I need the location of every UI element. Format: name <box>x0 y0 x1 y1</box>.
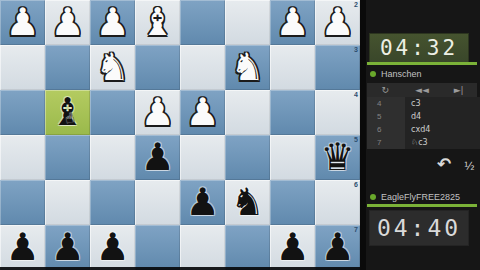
square-h3[interactable] <box>0 45 45 90</box>
move-san[interactable]: ♘c3 <box>405 136 480 149</box>
rank-label-7: 7 <box>354 226 358 233</box>
black-pawn-h7[interactable]: ♟ <box>0 225 45 270</box>
black-pawn-b7[interactable]: ♟ <box>270 225 315 270</box>
square-b5[interactable] <box>270 135 315 180</box>
square-a5[interactable]: ♛5 <box>315 135 360 180</box>
square-c6[interactable]: ♞ <box>225 180 270 225</box>
square-e4[interactable]: ♟ <box>135 90 180 135</box>
panel-divider <box>360 0 366 270</box>
side-panel: 04:32 Hanschen ↻◄◄►| 4c35d46cxd47♘c3 ↶ ½… <box>360 0 480 270</box>
top-player-row: Hanschen <box>370 67 422 80</box>
square-b6[interactable] <box>270 180 315 225</box>
square-a4[interactable]: 4 <box>315 90 360 135</box>
square-f5[interactable] <box>90 135 135 180</box>
square-c7[interactable] <box>225 225 270 270</box>
move-row-6: 6cxd4 <box>367 123 480 136</box>
square-a2[interactable]: ♟2 <box>315 0 360 45</box>
white-pawn-g2[interactable]: ♟ <box>45 0 90 45</box>
square-f7[interactable]: ♟ <box>90 225 135 270</box>
square-g7[interactable]: ♟ <box>45 225 90 270</box>
white-pawn-h2[interactable]: ♟ <box>0 0 45 45</box>
online-dot <box>370 194 376 200</box>
white-knight-f3[interactable]: ♞ <box>90 45 135 90</box>
square-e3[interactable] <box>135 45 180 90</box>
move-number: 6 <box>367 123 405 136</box>
white-pawn-e4[interactable]: ♟ <box>135 90 180 135</box>
rank-label-2: 2 <box>354 1 358 8</box>
white-pawn-f2[interactable]: ♟ <box>90 0 135 45</box>
top-clock-progress-bar <box>367 62 477 65</box>
bottom-player-row: EagleFlyFREE2825 <box>370 190 460 203</box>
white-pawn-d4[interactable]: ♟ <box>180 90 225 135</box>
app-window: ♟♟♟♝♟♟2♞♞3♝☝♟♟4♟♛5♟♞6♟♟♟♟♟7 04:32 Hansch… <box>0 0 480 270</box>
move-number: 5 <box>367 110 405 123</box>
rank-label-4: 4 <box>354 91 358 98</box>
black-pawn-g7[interactable]: ♟ <box>45 225 90 270</box>
square-h5[interactable] <box>0 135 45 180</box>
square-d2[interactable] <box>180 0 225 45</box>
black-knight-c6[interactable]: ♞ <box>225 180 270 225</box>
square-f4[interactable] <box>90 90 135 135</box>
square-b7[interactable]: ♟ <box>270 225 315 270</box>
online-dot <box>370 71 376 77</box>
square-a3[interactable]: 3 <box>315 45 360 90</box>
rank-label-3: 3 <box>354 46 358 53</box>
takeback-icon[interactable]: ↶ <box>437 156 451 173</box>
skip-forward-icon[interactable]: ►| <box>440 83 477 97</box>
black-pawn-f7[interactable]: ♟ <box>90 225 135 270</box>
square-d6[interactable]: ♟ <box>180 180 225 225</box>
square-a6[interactable]: 6 <box>315 180 360 225</box>
sync-icon[interactable]: ↻ <box>367 83 404 97</box>
square-h2[interactable]: ♟ <box>0 0 45 45</box>
square-g5[interactable] <box>45 135 90 180</box>
square-d3[interactable] <box>180 45 225 90</box>
square-a7[interactable]: ♟7 <box>315 225 360 270</box>
move-san[interactable]: c3 <box>405 97 480 110</box>
square-f3[interactable]: ♞ <box>90 45 135 90</box>
square-c2[interactable] <box>225 0 270 45</box>
move-row-7: 7♘c3 <box>367 136 480 149</box>
square-g6[interactable] <box>45 180 90 225</box>
rank-label-5: 5 <box>354 136 358 143</box>
bottom-clock-progress-bar <box>367 204 477 207</box>
rank-label-6: 6 <box>354 181 358 188</box>
square-b3[interactable] <box>270 45 315 90</box>
move-row-4: 4c3 <box>367 97 480 110</box>
move-list: 4c35d46cxd47♘c3 <box>367 97 480 149</box>
square-g4[interactable]: ♝☝ <box>45 90 90 135</box>
skip-backward-icon[interactable]: ◄◄ <box>404 83 441 97</box>
square-e5[interactable]: ♟ <box>135 135 180 180</box>
square-e6[interactable] <box>135 180 180 225</box>
move-toolbar: ↻◄◄►| <box>367 83 477 97</box>
black-pawn-e5[interactable]: ♟ <box>135 135 180 180</box>
white-bishop-e2[interactable]: ♝ <box>135 0 180 45</box>
square-f6[interactable] <box>90 180 135 225</box>
move-number: 4 <box>367 97 405 110</box>
move-san[interactable]: d4 <box>405 110 480 123</box>
top-player-clock: 04:32 <box>369 33 469 63</box>
square-b4[interactable] <box>270 90 315 135</box>
white-knight-c3[interactable]: ♞ <box>225 45 270 90</box>
bottom-player-name: EagleFlyFREE2825 <box>381 192 460 202</box>
square-b2[interactable]: ♟ <box>270 0 315 45</box>
square-d5[interactable] <box>180 135 225 180</box>
square-g2[interactable]: ♟ <box>45 0 90 45</box>
square-h6[interactable] <box>0 180 45 225</box>
move-number: 7 <box>367 136 405 149</box>
square-h4[interactable] <box>0 90 45 135</box>
white-pawn-b2[interactable]: ♟ <box>270 0 315 45</box>
move-row-5: 5d4 <box>367 110 480 123</box>
square-g3[interactable] <box>45 45 90 90</box>
board[interactable]: ♟♟♟♝♟♟2♞♞3♝☝♟♟4♟♛5♟♞6♟♟♟♟♟7 <box>0 0 360 270</box>
square-e7[interactable] <box>135 225 180 270</box>
bottom-player-clock: 04:40 <box>369 210 469 246</box>
square-d7[interactable] <box>180 225 225 270</box>
move-san[interactable]: cxd4 <box>405 123 480 136</box>
square-e2[interactable]: ♝ <box>135 0 180 45</box>
square-d4[interactable]: ♟ <box>180 90 225 135</box>
square-c4[interactable] <box>225 90 270 135</box>
top-player-name: Hanschen <box>381 69 422 79</box>
black-pawn-d6[interactable]: ♟ <box>180 180 225 225</box>
square-c3[interactable]: ♞ <box>225 45 270 90</box>
square-c5[interactable] <box>225 135 270 180</box>
square-f2[interactable]: ♟ <box>90 0 135 45</box>
square-h7[interactable]: ♟ <box>0 225 45 270</box>
draw-offer-button[interactable]: ½ <box>464 160 475 173</box>
